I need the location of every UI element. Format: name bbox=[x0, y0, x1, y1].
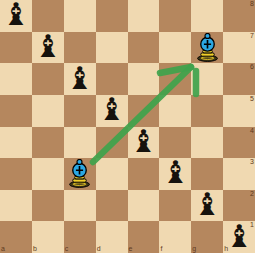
square-d2[interactable] bbox=[96, 190, 128, 222]
square-h7[interactable]: 7 bbox=[223, 32, 255, 64]
bishop-glyph: ♝ bbox=[34, 31, 62, 62]
bishop-glyph: ♝ bbox=[130, 126, 158, 157]
square-h8[interactable]: 8 bbox=[223, 0, 255, 32]
rank-label-2: 2 bbox=[250, 190, 254, 198]
black-bishop-f3[interactable]: ♝ bbox=[159, 158, 191, 190]
square-a3[interactable] bbox=[0, 158, 32, 190]
black-bishop-a8[interactable]: ♝ bbox=[0, 0, 32, 32]
square-a1[interactable]: a bbox=[0, 221, 32, 253]
square-d4[interactable] bbox=[96, 127, 128, 159]
bishop-glyph: ♝ bbox=[161, 157, 189, 188]
square-c3[interactable] bbox=[64, 158, 96, 190]
square-g2[interactable]: ♝ bbox=[191, 190, 223, 222]
file-label-c: c bbox=[65, 245, 69, 253]
square-e3[interactable] bbox=[128, 158, 160, 190]
square-h1[interactable]: 1h♝ bbox=[223, 221, 255, 253]
file-label-b: b bbox=[33, 245, 37, 253]
square-d7[interactable] bbox=[96, 32, 128, 64]
square-b8[interactable] bbox=[32, 0, 64, 32]
square-d6[interactable] bbox=[96, 63, 128, 95]
square-g4[interactable] bbox=[191, 127, 223, 159]
square-e7[interactable] bbox=[128, 32, 160, 64]
rank-label-3: 3 bbox=[250, 158, 254, 166]
square-e1[interactable]: e bbox=[128, 221, 160, 253]
bishop-glyph: ♝ bbox=[98, 94, 126, 125]
black-bishop-d5[interactable]: ♝ bbox=[96, 95, 128, 127]
square-f3[interactable]: ♝ bbox=[159, 158, 191, 190]
rank-label-5: 5 bbox=[250, 95, 254, 103]
square-f6[interactable] bbox=[159, 63, 191, 95]
square-f8[interactable] bbox=[159, 0, 191, 32]
square-f4[interactable] bbox=[159, 127, 191, 159]
bishop-glyph: ♝ bbox=[66, 63, 94, 94]
square-b3[interactable] bbox=[32, 158, 64, 190]
square-a6[interactable] bbox=[0, 63, 32, 95]
black-bishop-e4[interactable]: ♝ bbox=[128, 127, 160, 159]
square-c5[interactable] bbox=[64, 95, 96, 127]
square-d1[interactable]: d bbox=[96, 221, 128, 253]
file-label-f: f bbox=[160, 245, 162, 253]
square-b4[interactable] bbox=[32, 127, 64, 159]
file-label-d: d bbox=[97, 245, 101, 253]
file-label-g: g bbox=[192, 245, 196, 253]
square-f7[interactable] bbox=[159, 32, 191, 64]
square-e4[interactable]: ♝ bbox=[128, 127, 160, 159]
bishop-glyph: ♝ bbox=[2, 0, 30, 30]
square-c7[interactable] bbox=[64, 32, 96, 64]
square-h2[interactable]: 2 bbox=[223, 190, 255, 222]
square-g8[interactable] bbox=[191, 0, 223, 32]
square-g6[interactable] bbox=[191, 63, 223, 95]
square-g1[interactable]: g bbox=[191, 221, 223, 253]
square-c6[interactable]: ♝ bbox=[64, 63, 96, 95]
square-a2[interactable] bbox=[0, 190, 32, 222]
black-bishop-c6[interactable]: ♝ bbox=[64, 63, 96, 95]
highlighted-bishop-g7[interactable] bbox=[191, 32, 223, 64]
rank-label-7: 7 bbox=[250, 32, 254, 40]
square-b5[interactable] bbox=[32, 95, 64, 127]
square-d3[interactable] bbox=[96, 158, 128, 190]
square-d8[interactable] bbox=[96, 0, 128, 32]
square-e8[interactable] bbox=[128, 0, 160, 32]
square-f2[interactable] bbox=[159, 190, 191, 222]
square-b1[interactable]: b bbox=[32, 221, 64, 253]
chess-board[interactable]: ♝8♝7♝6♝5♝4♝3♝2abcdefg1h♝ bbox=[0, 0, 255, 253]
black-bishop-b7[interactable]: ♝ bbox=[32, 32, 64, 64]
square-a7[interactable] bbox=[0, 32, 32, 64]
square-h4[interactable]: 4 bbox=[223, 127, 255, 159]
square-b7[interactable]: ♝ bbox=[32, 32, 64, 64]
rank-label-8: 8 bbox=[250, 0, 254, 8]
rank-label-4: 4 bbox=[250, 127, 254, 135]
square-d5[interactable]: ♝ bbox=[96, 95, 128, 127]
square-b2[interactable] bbox=[32, 190, 64, 222]
black-bishop-g2[interactable]: ♝ bbox=[191, 190, 223, 222]
square-a5[interactable] bbox=[0, 95, 32, 127]
square-h5[interactable]: 5 bbox=[223, 95, 255, 127]
rank-label-6: 6 bbox=[250, 63, 254, 71]
file-label-e: e bbox=[129, 245, 133, 253]
square-f5[interactable] bbox=[159, 95, 191, 127]
bishop-glyph: ♝ bbox=[193, 189, 221, 220]
board-stage: ♝8♝7♝6♝5♝4♝3♝2abcdefg1h♝ bbox=[0, 0, 255, 253]
highlighted-bishop-c3[interactable] bbox=[64, 158, 96, 190]
square-c1[interactable]: c bbox=[64, 221, 96, 253]
square-c8[interactable] bbox=[64, 0, 96, 32]
square-f1[interactable]: f bbox=[159, 221, 191, 253]
square-g3[interactable] bbox=[191, 158, 223, 190]
square-b6[interactable] bbox=[32, 63, 64, 95]
square-e5[interactable] bbox=[128, 95, 160, 127]
square-e2[interactable] bbox=[128, 190, 160, 222]
square-h3[interactable]: 3 bbox=[223, 158, 255, 190]
square-e6[interactable] bbox=[128, 63, 160, 95]
black-bishop-h1[interactable]: ♝ bbox=[223, 221, 255, 253]
square-a8[interactable]: ♝ bbox=[0, 0, 32, 32]
square-c2[interactable] bbox=[64, 190, 96, 222]
file-label-a: a bbox=[1, 245, 5, 253]
bishop-glyph: ♝ bbox=[225, 221, 253, 252]
square-g5[interactable] bbox=[191, 95, 223, 127]
square-h6[interactable]: 6 bbox=[223, 63, 255, 95]
square-a4[interactable] bbox=[0, 127, 32, 159]
square-c4[interactable] bbox=[64, 127, 96, 159]
square-g7[interactable] bbox=[191, 32, 223, 64]
